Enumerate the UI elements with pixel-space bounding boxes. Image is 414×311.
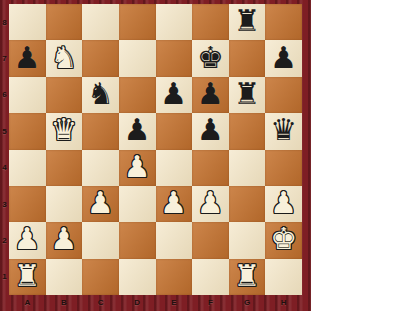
square-g3[interactable] <box>229 186 266 222</box>
square-a2[interactable]: ♟ <box>9 222 46 258</box>
rank-labels: 87654321 <box>0 4 9 295</box>
rank-label-3: 3 <box>0 186 9 222</box>
square-f1[interactable] <box>192 259 229 295</box>
square-d5[interactable]: ♟ <box>119 113 156 149</box>
square-c4[interactable] <box>82 150 119 186</box>
chess-board: 87654321 ♜♟♞♚♟♞♟♟♜♛♟♟♛♟♟♟♟♟♟♟♚♜♜ ABCDEFG… <box>0 0 311 311</box>
square-h6[interactable] <box>265 77 302 113</box>
square-a3[interactable] <box>9 186 46 222</box>
square-a8[interactable] <box>9 4 46 40</box>
square-c8[interactable] <box>82 4 119 40</box>
file-labels: ABCDEFGH <box>9 295 302 311</box>
black-rook[interactable]: ♜ <box>234 79 261 109</box>
square-f3[interactable]: ♟ <box>192 186 229 222</box>
square-a4[interactable] <box>9 150 46 186</box>
file-label-a: A <box>9 295 46 311</box>
file-label-g: G <box>229 295 266 311</box>
black-pawn[interactable]: ♟ <box>124 115 151 145</box>
rank-label-6: 6 <box>0 77 9 113</box>
square-f4[interactable] <box>192 150 229 186</box>
rank-label-5: 5 <box>0 113 9 149</box>
square-h7[interactable]: ♟ <box>265 40 302 76</box>
square-f2[interactable] <box>192 222 229 258</box>
square-h4[interactable] <box>265 150 302 186</box>
square-c1[interactable] <box>82 259 119 295</box>
square-g6[interactable]: ♜ <box>229 77 266 113</box>
white-pawn[interactable]: ♟ <box>197 188 224 218</box>
square-c5[interactable] <box>82 113 119 149</box>
rank-label-1: 1 <box>0 259 9 295</box>
white-knight[interactable]: ♞ <box>50 43 77 73</box>
square-d4[interactable]: ♟ <box>119 150 156 186</box>
square-e4[interactable] <box>156 150 193 186</box>
square-c3[interactable]: ♟ <box>82 186 119 222</box>
square-h1[interactable] <box>265 259 302 295</box>
square-a6[interactable] <box>9 77 46 113</box>
square-c2[interactable] <box>82 222 119 258</box>
square-g4[interactable] <box>229 150 266 186</box>
square-a7[interactable]: ♟ <box>9 40 46 76</box>
square-b5[interactable]: ♛ <box>46 113 83 149</box>
square-e7[interactable] <box>156 40 193 76</box>
rank-label-4: 4 <box>0 150 9 186</box>
rank-label-2: 2 <box>0 222 9 258</box>
black-rook[interactable]: ♜ <box>234 6 261 36</box>
square-f6[interactable]: ♟ <box>192 77 229 113</box>
square-g1[interactable]: ♜ <box>229 259 266 295</box>
black-pawn[interactable]: ♟ <box>270 43 297 73</box>
square-b7[interactable]: ♞ <box>46 40 83 76</box>
square-g2[interactable] <box>229 222 266 258</box>
square-c6[interactable]: ♞ <box>82 77 119 113</box>
square-e5[interactable] <box>156 113 193 149</box>
square-e1[interactable] <box>156 259 193 295</box>
square-g8[interactable]: ♜ <box>229 4 266 40</box>
square-e3[interactable]: ♟ <box>156 186 193 222</box>
square-f7[interactable]: ♚ <box>192 40 229 76</box>
white-pawn[interactable]: ♟ <box>160 188 187 218</box>
page: 87654321 ♜♟♞♚♟♞♟♟♜♛♟♟♛♟♟♟♟♟♟♟♚♜♜ ABCDEFG… <box>0 0 414 311</box>
white-rook[interactable]: ♜ <box>234 261 261 291</box>
square-h8[interactable] <box>265 4 302 40</box>
rank-label-8: 8 <box>0 4 9 40</box>
square-b8[interactable] <box>46 4 83 40</box>
white-pawn[interactable]: ♟ <box>14 224 41 254</box>
square-f8[interactable] <box>192 4 229 40</box>
square-b3[interactable] <box>46 186 83 222</box>
square-h5[interactable]: ♛ <box>265 113 302 149</box>
square-c7[interactable] <box>82 40 119 76</box>
square-d6[interactable] <box>119 77 156 113</box>
square-d3[interactable] <box>119 186 156 222</box>
square-e6[interactable]: ♟ <box>156 77 193 113</box>
white-queen[interactable]: ♛ <box>50 115 77 145</box>
file-label-e: E <box>156 295 193 311</box>
square-d2[interactable] <box>119 222 156 258</box>
black-pawn[interactable]: ♟ <box>197 79 224 109</box>
square-a5[interactable] <box>9 113 46 149</box>
square-e2[interactable] <box>156 222 193 258</box>
file-label-b: B <box>46 295 83 311</box>
square-h2[interactable]: ♚ <box>265 222 302 258</box>
black-pawn[interactable]: ♟ <box>197 115 224 145</box>
white-pawn[interactable]: ♟ <box>270 188 297 218</box>
square-d8[interactable] <box>119 4 156 40</box>
rank-label-7: 7 <box>0 40 9 76</box>
file-label-c: C <box>82 295 119 311</box>
square-b4[interactable] <box>46 150 83 186</box>
file-label-h: H <box>265 295 302 311</box>
white-rook[interactable]: ♜ <box>14 261 41 291</box>
square-d7[interactable] <box>119 40 156 76</box>
black-pawn[interactable]: ♟ <box>14 43 41 73</box>
square-f5[interactable]: ♟ <box>192 113 229 149</box>
black-pawn[interactable]: ♟ <box>160 79 187 109</box>
white-pawn[interactable]: ♟ <box>50 224 77 254</box>
file-label-f: F <box>192 295 229 311</box>
square-d1[interactable] <box>119 259 156 295</box>
white-pawn[interactable]: ♟ <box>87 188 114 218</box>
file-label-d: D <box>119 295 156 311</box>
white-pawn[interactable]: ♟ <box>124 152 151 182</box>
board-grid: ♜♟♞♚♟♞♟♟♜♛♟♟♛♟♟♟♟♟♟♟♚♜♜ <box>9 4 302 295</box>
square-g7[interactable] <box>229 40 266 76</box>
square-e8[interactable] <box>156 4 193 40</box>
square-b2[interactable]: ♟ <box>46 222 83 258</box>
square-b6[interactable] <box>46 77 83 113</box>
square-h3[interactable]: ♟ <box>265 186 302 222</box>
black-queen[interactable]: ♛ <box>270 115 297 145</box>
square-b1[interactable] <box>46 259 83 295</box>
black-knight[interactable]: ♞ <box>87 79 114 109</box>
black-king[interactable]: ♚ <box>197 43 224 73</box>
square-g5[interactable] <box>229 113 266 149</box>
white-king[interactable]: ♚ <box>270 224 297 254</box>
square-a1[interactable]: ♜ <box>9 259 46 295</box>
